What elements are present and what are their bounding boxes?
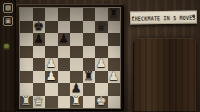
status-dot-icon xyxy=(4,44,9,49)
square-g7[interactable]: ♛ xyxy=(95,21,108,34)
square-h5[interactable] xyxy=(108,46,121,59)
square-d1[interactable] xyxy=(58,96,71,109)
square-d3[interactable] xyxy=(58,71,71,84)
square-f1[interactable] xyxy=(83,96,96,109)
square-e4[interactable] xyxy=(70,58,83,71)
piece-bp[interactable]: ♟ xyxy=(33,32,44,44)
square-a4[interactable] xyxy=(20,58,33,71)
square-h2[interactable] xyxy=(108,83,121,96)
piece-wr[interactable]: ♜ xyxy=(21,95,32,107)
chess-board: ♜♚♛♟♟♟♟♟♜♟♟♜♛♜♚ xyxy=(20,8,120,108)
piece-br[interactable]: ♜ xyxy=(108,7,119,19)
square-b3[interactable] xyxy=(33,71,46,84)
square-f3[interactable]: ♜ xyxy=(83,71,96,84)
piece-wk[interactable]: ♚ xyxy=(96,95,107,107)
square-a7[interactable] xyxy=(20,21,33,34)
piece-wq[interactable]: ♛ xyxy=(33,95,44,107)
move-list-panel xyxy=(133,38,197,112)
square-e1[interactable]: ♜ xyxy=(70,96,83,109)
piece-br[interactable]: ♜ xyxy=(83,70,94,82)
piece-wr[interactable]: ♜ xyxy=(71,95,82,107)
square-c3[interactable]: ♟ xyxy=(45,71,58,84)
square-a8[interactable] xyxy=(20,8,33,21)
pieces-icon[interactable]: ▣ xyxy=(3,16,13,26)
piece-wp[interactable]: ♟ xyxy=(46,70,57,82)
piece-wp[interactable]: ♟ xyxy=(96,57,107,69)
square-d8[interactable] xyxy=(58,8,71,21)
square-h6[interactable] xyxy=(108,33,121,46)
square-c7[interactable] xyxy=(45,21,58,34)
piece-bk[interactable]: ♚ xyxy=(33,20,44,32)
square-h3[interactable]: ♟ xyxy=(108,71,121,84)
board-grid-icon[interactable]: ▦ xyxy=(3,3,13,13)
square-c1[interactable] xyxy=(45,96,58,109)
piece-bp[interactable]: ♟ xyxy=(71,82,82,94)
square-f6[interactable] xyxy=(83,33,96,46)
app-window: ▦ ▣ ♜♚♛♟♟♟♟♟♜♟♟♜♛♜♚ CHECKMATE IN 5 MOVES xyxy=(0,0,200,112)
nail-icon xyxy=(192,14,195,17)
square-d6[interactable]: ♟ xyxy=(58,33,71,46)
square-g3[interactable] xyxy=(95,71,108,84)
square-a6[interactable] xyxy=(20,33,33,46)
piece-bp[interactable]: ♟ xyxy=(58,32,69,44)
square-g4[interactable]: ♟ xyxy=(95,58,108,71)
objective-banner: CHECKMATE IN 5 MOVES xyxy=(130,10,197,24)
square-e7[interactable] xyxy=(70,21,83,34)
square-d4[interactable] xyxy=(58,58,71,71)
square-g6[interactable] xyxy=(95,33,108,46)
square-e6[interactable] xyxy=(70,33,83,46)
square-b5[interactable] xyxy=(33,46,46,59)
square-f8[interactable] xyxy=(83,8,96,21)
square-e5[interactable] xyxy=(70,46,83,59)
sidebar: ▦ ▣ xyxy=(0,0,16,112)
square-b1[interactable]: ♛ xyxy=(33,96,46,109)
square-f5[interactable] xyxy=(83,46,96,59)
square-b6[interactable]: ♟ xyxy=(33,33,46,46)
piece-bq[interactable]: ♛ xyxy=(96,20,107,32)
square-e8[interactable] xyxy=(70,8,83,21)
square-c6[interactable] xyxy=(45,33,58,46)
square-d2[interactable] xyxy=(58,83,71,96)
square-d5[interactable] xyxy=(58,46,71,59)
square-a3[interactable] xyxy=(20,71,33,84)
piece-wp[interactable]: ♟ xyxy=(46,57,57,69)
square-h7[interactable] xyxy=(108,21,121,34)
square-a1[interactable]: ♜ xyxy=(20,96,33,109)
square-c2[interactable] xyxy=(45,83,58,96)
square-f7[interactable] xyxy=(83,21,96,34)
piece-wp[interactable]: ♟ xyxy=(108,70,119,82)
square-b4[interactable] xyxy=(33,58,46,71)
square-h1[interactable] xyxy=(108,96,121,109)
objective-text: CHECKMATE IN 5 MOVES xyxy=(131,13,195,21)
square-g1[interactable]: ♚ xyxy=(95,96,108,109)
square-f2[interactable] xyxy=(83,83,96,96)
square-a5[interactable] xyxy=(20,46,33,59)
square-h8[interactable]: ♜ xyxy=(108,8,121,21)
nail-icon xyxy=(132,17,134,19)
square-c8[interactable] xyxy=(45,8,58,21)
